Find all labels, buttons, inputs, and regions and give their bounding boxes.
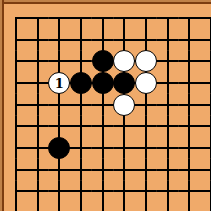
intersection[interactable]: [5, 159, 27, 181]
intersection[interactable]: [92, 137, 114, 159]
intersection[interactable]: [5, 29, 27, 51]
intersection[interactable]: [5, 181, 27, 203]
intersection[interactable]: [200, 159, 211, 181]
intersection[interactable]: [135, 72, 157, 94]
intersection[interactable]: [92, 72, 114, 94]
intersection[interactable]: [179, 159, 201, 181]
intersection[interactable]: [179, 202, 201, 211]
black-stone: [70, 72, 92, 94]
intersection[interactable]: [49, 181, 71, 203]
intersection[interactable]: [5, 72, 27, 94]
intersection[interactable]: [70, 202, 92, 211]
go-board: 1: [0, 0, 211, 211]
intersection[interactable]: [27, 202, 49, 211]
intersection[interactable]: [70, 159, 92, 181]
intersection[interactable]: [49, 51, 71, 73]
intersection[interactable]: [135, 159, 157, 181]
intersection[interactable]: [49, 137, 71, 159]
intersection[interactable]: [157, 29, 179, 51]
intersection[interactable]: [179, 7, 201, 29]
intersection[interactable]: [70, 51, 92, 73]
intersection[interactable]: [179, 94, 201, 116]
intersection[interactable]: [70, 29, 92, 51]
white-stone: [135, 72, 157, 94]
intersection[interactable]: [200, 51, 211, 73]
intersection[interactable]: [114, 51, 136, 73]
move-number-label: 1: [55, 77, 64, 90]
intersection[interactable]: [200, 72, 211, 94]
intersection[interactable]: [70, 94, 92, 116]
white-stone: [113, 94, 135, 116]
white-stone: [113, 50, 135, 72]
intersection[interactable]: [157, 116, 179, 138]
intersection[interactable]: [27, 51, 49, 73]
intersection[interactable]: [5, 137, 27, 159]
black-stone: [48, 137, 70, 159]
black-stone: [92, 72, 114, 94]
intersection[interactable]: [92, 51, 114, 73]
intersection[interactable]: [5, 94, 27, 116]
intersection[interactable]: [49, 159, 71, 181]
intersection[interactable]: [92, 181, 114, 203]
intersection[interactable]: [179, 137, 201, 159]
intersection[interactable]: [157, 181, 179, 203]
intersection[interactable]: [179, 72, 201, 94]
intersection[interactable]: [27, 29, 49, 51]
intersection[interactable]: [135, 116, 157, 138]
intersection[interactable]: [200, 116, 211, 138]
intersection[interactable]: [157, 137, 179, 159]
intersection[interactable]: [49, 116, 71, 138]
intersection[interactable]: [114, 181, 136, 203]
intersection[interactable]: [5, 202, 27, 211]
intersection[interactable]: [27, 94, 49, 116]
intersection[interactable]: [49, 7, 71, 29]
intersection[interactable]: [92, 202, 114, 211]
intersection[interactable]: [157, 51, 179, 73]
intersection[interactable]: [92, 159, 114, 181]
intersection[interactable]: [92, 7, 114, 29]
intersection[interactable]: [114, 159, 136, 181]
intersection[interactable]: [92, 94, 114, 116]
intersection[interactable]: [5, 51, 27, 73]
intersection[interactable]: [114, 29, 136, 51]
white-stone: [135, 50, 157, 72]
intersection[interactable]: [135, 94, 157, 116]
intersection[interactable]: [49, 29, 71, 51]
board-grid: 1: [5, 7, 211, 211]
intersection[interactable]: 1: [49, 72, 71, 94]
intersection[interactable]: [27, 181, 49, 203]
intersection[interactable]: [27, 137, 49, 159]
intersection[interactable]: [200, 29, 211, 51]
intersection[interactable]: [179, 51, 201, 73]
white-stone-move-1: 1: [48, 72, 70, 94]
board-border-top-line: [0, 2, 211, 4]
intersection[interactable]: [135, 7, 157, 29]
intersection[interactable]: [27, 72, 49, 94]
intersection[interactable]: [70, 72, 92, 94]
intersection[interactable]: [114, 7, 136, 29]
intersection[interactable]: [200, 181, 211, 203]
intersection[interactable]: [157, 72, 179, 94]
intersection[interactable]: [135, 181, 157, 203]
intersection[interactable]: [114, 94, 136, 116]
intersection[interactable]: [49, 94, 71, 116]
intersection[interactable]: [70, 181, 92, 203]
intersection[interactable]: [200, 137, 211, 159]
intersection[interactable]: [114, 116, 136, 138]
intersection[interactable]: [179, 181, 201, 203]
intersection[interactable]: [70, 116, 92, 138]
intersection[interactable]: [157, 202, 179, 211]
intersection[interactable]: [92, 29, 114, 51]
intersection[interactable]: [135, 202, 157, 211]
intersection[interactable]: [92, 116, 114, 138]
intersection[interactable]: [200, 7, 211, 29]
black-stone: [113, 72, 135, 94]
intersection[interactable]: [49, 202, 71, 211]
intersection[interactable]: [157, 7, 179, 29]
board-border-left-line: [2, 0, 4, 211]
intersection[interactable]: [200, 94, 211, 116]
go-diagram: 1: [0, 0, 211, 211]
intersection[interactable]: [200, 202, 211, 211]
intersection[interactable]: [27, 159, 49, 181]
intersection[interactable]: [5, 7, 27, 29]
intersection[interactable]: [114, 137, 136, 159]
intersection[interactable]: [70, 137, 92, 159]
intersection[interactable]: [5, 116, 27, 138]
intersection[interactable]: [114, 202, 136, 211]
intersection[interactable]: [135, 51, 157, 73]
intersection[interactable]: [27, 7, 49, 29]
intersection[interactable]: [157, 94, 179, 116]
intersection[interactable]: [135, 137, 157, 159]
intersection[interactable]: [114, 72, 136, 94]
intersection[interactable]: [27, 116, 49, 138]
black-stone: [92, 50, 114, 72]
intersection[interactable]: [70, 7, 92, 29]
intersection[interactable]: [179, 29, 201, 51]
intersection[interactable]: [179, 116, 201, 138]
intersection[interactable]: [157, 159, 179, 181]
intersection[interactable]: [135, 29, 157, 51]
